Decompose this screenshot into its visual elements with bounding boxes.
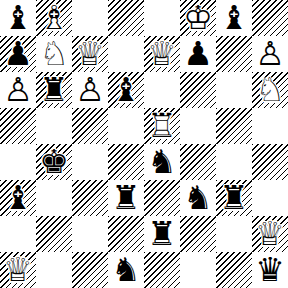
square-c7: ♛♕: [72, 36, 108, 72]
square-d5: [108, 108, 144, 144]
white-knight: ♞♘: [36, 36, 72, 72]
square-d4: [108, 144, 144, 180]
piece-glyph: ♝: [0, 180, 36, 216]
square-d8: [108, 0, 144, 36]
square-f1: [180, 252, 216, 288]
square-b2: [36, 216, 72, 252]
piece-glyph: ♟: [0, 36, 36, 72]
square-a6: ♟♙: [0, 72, 36, 108]
square-g5: [216, 108, 252, 144]
piece-glyph: ♕: [0, 252, 36, 288]
white-pawn: ♟♙: [0, 72, 36, 108]
square-f7: ♟♟: [180, 36, 216, 72]
piece-glyph: ♕: [252, 216, 288, 252]
square-h6: ♞♘: [252, 72, 288, 108]
black-knight: ♞♞: [180, 180, 216, 216]
square-c8: [72, 0, 108, 36]
square-g6: [216, 72, 252, 108]
square-f8: ♚♔: [180, 0, 216, 36]
square-a8: ♝♝: [0, 0, 36, 36]
white-king: ♚♔: [180, 0, 216, 36]
piece-glyph: ♝: [216, 0, 252, 36]
square-h2: ♛♕: [252, 216, 288, 252]
square-b7: ♞♘: [36, 36, 72, 72]
black-pawn: ♟♟: [180, 36, 216, 72]
square-c3: [72, 180, 108, 216]
square-a2: [0, 216, 36, 252]
black-bishop: ♝♝: [108, 72, 144, 108]
white-queen: ♛♕: [0, 252, 36, 288]
piece-glyph: ♜: [216, 180, 252, 216]
square-e7: ♛♕: [144, 36, 180, 72]
white-bishop: ♝♗: [36, 0, 72, 36]
square-f2: [180, 216, 216, 252]
white-knight: ♞♘: [252, 72, 288, 108]
piece-glyph: ♜: [144, 216, 180, 252]
black-pawn: ♟♟: [0, 36, 36, 72]
square-c5: [72, 108, 108, 144]
square-e8: [144, 0, 180, 36]
square-g7: [216, 36, 252, 72]
square-f4: [180, 144, 216, 180]
square-a4: [0, 144, 36, 180]
square-c6: ♟♙: [72, 72, 108, 108]
square-h5: [252, 108, 288, 144]
square-b3: [36, 180, 72, 216]
piece-glyph: ♞: [180, 180, 216, 216]
square-g8: ♝♝: [216, 0, 252, 36]
black-king: ♚♚: [36, 144, 72, 180]
black-knight: ♞♞: [144, 144, 180, 180]
square-f3: ♞♞: [180, 180, 216, 216]
piece-glyph: ♘: [36, 36, 72, 72]
square-b6: ♜♜: [36, 72, 72, 108]
piece-glyph: ♖: [144, 108, 180, 144]
square-d7: [108, 36, 144, 72]
black-rook: ♜♜: [108, 180, 144, 216]
square-c4: [72, 144, 108, 180]
piece-glyph: ♞: [144, 144, 180, 180]
piece-glyph: ♝: [0, 0, 36, 36]
square-h8: [252, 0, 288, 36]
piece-glyph: ♕: [72, 36, 108, 72]
square-e2: ♜♜: [144, 216, 180, 252]
square-b1: [36, 252, 72, 288]
white-queen: ♛♕: [144, 36, 180, 72]
square-a5: [0, 108, 36, 144]
square-d3: ♜♜: [108, 180, 144, 216]
white-pawn: ♟♙: [72, 72, 108, 108]
piece-glyph: ♔: [180, 0, 216, 36]
square-b4: ♚♚: [36, 144, 72, 180]
piece-glyph: ♜: [108, 180, 144, 216]
white-pawn: ♟♙: [252, 36, 288, 72]
square-g4: [216, 144, 252, 180]
chess-board: ♝♝♝♗♚♔♝♝♟♟♞♘♛♕♛♕♟♟♟♙♟♙♜♜♟♙♝♝♞♘♜♖♚♚♞♞♝♝♜♜…: [0, 0, 288, 288]
square-e6: [144, 72, 180, 108]
white-rook: ♜♖: [144, 108, 180, 144]
piece-glyph: ♙: [252, 36, 288, 72]
square-g1: [216, 252, 252, 288]
square-h1: ♛♛: [252, 252, 288, 288]
square-g3: ♜♜: [216, 180, 252, 216]
square-d6: ♝♝: [108, 72, 144, 108]
piece-glyph: ♘: [252, 72, 288, 108]
piece-glyph: ♗: [36, 0, 72, 36]
square-d1: ♞♞: [108, 252, 144, 288]
square-e5: ♜♖: [144, 108, 180, 144]
black-rook: ♜♜: [144, 216, 180, 252]
square-c1: [72, 252, 108, 288]
white-queen: ♛♕: [72, 36, 108, 72]
piece-glyph: ♛: [252, 252, 288, 288]
square-h4: [252, 144, 288, 180]
square-g2: [216, 216, 252, 252]
black-rook: ♜♜: [36, 72, 72, 108]
square-a3: ♝♝: [0, 180, 36, 216]
square-h7: ♟♙: [252, 36, 288, 72]
square-d2: [108, 216, 144, 252]
square-a1: ♛♕: [0, 252, 36, 288]
black-bishop: ♝♝: [0, 0, 36, 36]
square-f6: [180, 72, 216, 108]
black-bishop: ♝♝: [216, 0, 252, 36]
piece-glyph: ♚: [36, 144, 72, 180]
piece-glyph: ♕: [144, 36, 180, 72]
square-e4: ♞♞: [144, 144, 180, 180]
square-e3: [144, 180, 180, 216]
piece-glyph: ♜: [36, 72, 72, 108]
white-queen: ♛♕: [252, 216, 288, 252]
black-rook: ♜♜: [216, 180, 252, 216]
square-f5: [180, 108, 216, 144]
piece-glyph: ♙: [0, 72, 36, 108]
piece-glyph: ♟: [180, 36, 216, 72]
square-b8: ♝♗: [36, 0, 72, 36]
square-a7: ♟♟: [0, 36, 36, 72]
black-knight: ♞♞: [108, 252, 144, 288]
black-bishop: ♝♝: [0, 180, 36, 216]
square-b5: [36, 108, 72, 144]
square-c2: [72, 216, 108, 252]
piece-glyph: ♙: [72, 72, 108, 108]
square-e1: [144, 252, 180, 288]
square-h3: [252, 180, 288, 216]
black-queen: ♛♛: [252, 252, 288, 288]
piece-glyph: ♞: [108, 252, 144, 288]
piece-glyph: ♝: [108, 72, 144, 108]
